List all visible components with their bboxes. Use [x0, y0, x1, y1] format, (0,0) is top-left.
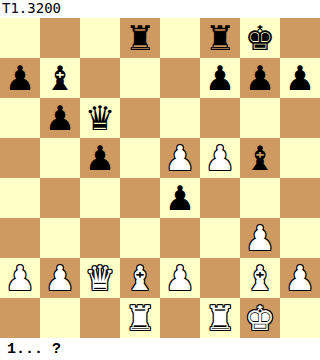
status-bar: 1... ?: [0, 338, 320, 360]
piece-white-pawn[interactable]: ♟: [245, 218, 275, 258]
piece-black-pawn[interactable]: ♟: [245, 58, 275, 98]
square-h4[interactable]: [280, 178, 320, 218]
square-g8[interactable]: ♚: [240, 18, 280, 58]
piece-black-pawn[interactable]: ♟: [45, 98, 75, 138]
square-f4[interactable]: [200, 178, 240, 218]
piece-white-rook[interactable]: ♜: [125, 298, 155, 338]
square-b4[interactable]: [40, 178, 80, 218]
piece-white-bishop[interactable]: ♝: [125, 258, 155, 298]
piece-white-pawn[interactable]: ♟: [165, 258, 195, 298]
square-d2[interactable]: ♝: [120, 258, 160, 298]
square-g4[interactable]: [240, 178, 280, 218]
square-d1[interactable]: ♜: [120, 298, 160, 338]
chess-board: ♜♜♚♟♝♟♟♟♟♛♟♟♟♝♟♟♟♟♛♝♟♝♟♜♜♚: [0, 18, 320, 338]
square-a5[interactable]: [0, 138, 40, 178]
square-e8[interactable]: [160, 18, 200, 58]
move-prompt-label: 1... ?: [7, 341, 61, 358]
piece-black-pawn[interactable]: ♟: [5, 58, 35, 98]
title-bar: T1.3200: [0, 0, 320, 18]
piece-black-pawn[interactable]: ♟: [165, 178, 195, 218]
square-c5[interactable]: ♟: [80, 138, 120, 178]
square-e7[interactable]: [160, 58, 200, 98]
square-g3[interactable]: ♟: [240, 218, 280, 258]
square-e1[interactable]: [160, 298, 200, 338]
square-c1[interactable]: [80, 298, 120, 338]
square-f1[interactable]: ♜: [200, 298, 240, 338]
square-e4[interactable]: ♟: [160, 178, 200, 218]
square-d5[interactable]: [120, 138, 160, 178]
square-c3[interactable]: [80, 218, 120, 258]
square-h5[interactable]: [280, 138, 320, 178]
square-d7[interactable]: [120, 58, 160, 98]
square-h6[interactable]: [280, 98, 320, 138]
piece-black-king[interactable]: ♚: [245, 18, 275, 58]
square-c4[interactable]: [80, 178, 120, 218]
square-b1[interactable]: [40, 298, 80, 338]
square-d8[interactable]: ♜: [120, 18, 160, 58]
piece-black-pawn[interactable]: ♟: [85, 138, 115, 178]
square-f3[interactable]: [200, 218, 240, 258]
piece-white-king[interactable]: ♚: [245, 298, 275, 338]
square-h2[interactable]: ♟: [280, 258, 320, 298]
square-a1[interactable]: [0, 298, 40, 338]
square-f5[interactable]: ♟: [200, 138, 240, 178]
square-c2[interactable]: ♛: [80, 258, 120, 298]
piece-black-pawn[interactable]: ♟: [205, 58, 235, 98]
square-e3[interactable]: [160, 218, 200, 258]
piece-white-pawn[interactable]: ♟: [205, 138, 235, 178]
square-c8[interactable]: [80, 18, 120, 58]
square-h8[interactable]: [280, 18, 320, 58]
square-b7[interactable]: ♝: [40, 58, 80, 98]
square-g6[interactable]: [240, 98, 280, 138]
square-c6[interactable]: ♛: [80, 98, 120, 138]
square-g1[interactable]: ♚: [240, 298, 280, 338]
square-b5[interactable]: [40, 138, 80, 178]
piece-white-pawn[interactable]: ♟: [5, 258, 35, 298]
piece-white-pawn[interactable]: ♟: [285, 258, 315, 298]
square-a7[interactable]: ♟: [0, 58, 40, 98]
square-a4[interactable]: [0, 178, 40, 218]
piece-black-pawn[interactable]: ♟: [285, 58, 315, 98]
square-b2[interactable]: ♟: [40, 258, 80, 298]
piece-white-queen[interactable]: ♛: [85, 258, 115, 298]
piece-white-pawn[interactable]: ♟: [165, 138, 195, 178]
square-g2[interactable]: ♝: [240, 258, 280, 298]
square-b8[interactable]: [40, 18, 80, 58]
piece-black-rook[interactable]: ♜: [205, 18, 235, 58]
square-h7[interactable]: ♟: [280, 58, 320, 98]
square-e6[interactable]: [160, 98, 200, 138]
piece-black-queen[interactable]: ♛: [85, 98, 115, 138]
piece-white-pawn[interactable]: ♟: [45, 258, 75, 298]
square-a2[interactable]: ♟: [0, 258, 40, 298]
piece-black-bishop[interactable]: ♝: [245, 138, 275, 178]
square-f2[interactable]: [200, 258, 240, 298]
square-f7[interactable]: ♟: [200, 58, 240, 98]
square-e2[interactable]: ♟: [160, 258, 200, 298]
square-g5[interactable]: ♝: [240, 138, 280, 178]
square-a8[interactable]: [0, 18, 40, 58]
square-a6[interactable]: [0, 98, 40, 138]
square-h1[interactable]: [280, 298, 320, 338]
square-g7[interactable]: ♟: [240, 58, 280, 98]
square-f6[interactable]: [200, 98, 240, 138]
square-f8[interactable]: ♜: [200, 18, 240, 58]
square-h3[interactable]: [280, 218, 320, 258]
square-c7[interactable]: [80, 58, 120, 98]
square-d6[interactable]: [120, 98, 160, 138]
piece-white-rook[interactable]: ♜: [205, 298, 235, 338]
puzzle-id-label: T1.3200: [2, 0, 61, 16]
piece-black-rook[interactable]: ♜: [125, 18, 155, 58]
square-d3[interactable]: [120, 218, 160, 258]
square-d4[interactable]: [120, 178, 160, 218]
square-b6[interactable]: ♟: [40, 98, 80, 138]
piece-black-bishop[interactable]: ♝: [45, 58, 75, 98]
square-a3[interactable]: [0, 218, 40, 258]
square-b3[interactable]: [40, 218, 80, 258]
piece-white-bishop[interactable]: ♝: [245, 258, 275, 298]
square-e5[interactable]: ♟: [160, 138, 200, 178]
